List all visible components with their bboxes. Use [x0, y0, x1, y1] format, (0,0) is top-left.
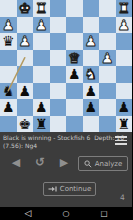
continue-button[interactable]: Continue	[43, 182, 96, 196]
square-a6[interactable]	[116, 83, 133, 100]
black-rook: ♜	[35, 117, 48, 131]
square-d6[interactable]	[66, 83, 83, 100]
nav-home-button[interactable]: ○	[59, 207, 73, 220]
square-e6[interactable]	[50, 83, 67, 100]
square-f1[interactable]: ♜	[33, 0, 50, 17]
square-e7[interactable]	[50, 99, 67, 116]
square-e3[interactable]	[50, 33, 67, 50]
square-a4[interactable]	[116, 50, 133, 67]
white-pawn: ♟	[101, 51, 114, 65]
square-g7[interactable]	[17, 99, 34, 116]
square-d4[interactable]: ♛	[66, 50, 83, 67]
white-pawn: ♟	[18, 34, 31, 48]
menu-bar	[115, 143, 127, 145]
engine-eval-text: (7.56): Ng4	[3, 142, 37, 150]
square-e8[interactable]	[50, 116, 67, 133]
menu-bar	[115, 140, 127, 142]
square-d3[interactable]	[66, 33, 83, 50]
chess-board: ♚♜♜♟♟♟♛♟♟♛♟♟♞♞♟♟♟♟♟♟♚♜♜	[0, 0, 132, 132]
square-f3[interactable]	[33, 33, 50, 50]
square-d5[interactable]: ♟	[66, 66, 83, 83]
analyze-button-label: Analyze	[95, 160, 123, 168]
square-h1[interactable]	[0, 0, 17, 17]
engine-status-text: Black is winning - Stockfish 6 Depth: 16	[3, 134, 111, 142]
square-h3[interactable]: ♛	[0, 33, 17, 50]
square-g3[interactable]: ♟	[17, 33, 34, 50]
square-c2[interactable]	[83, 17, 100, 34]
square-b4[interactable]: ♟	[99, 50, 116, 67]
square-a3[interactable]	[116, 33, 133, 50]
black-knight: ♞	[2, 84, 15, 98]
square-c6[interactable]: ♟	[83, 83, 100, 100]
square-h6[interactable]: ♞	[0, 83, 17, 100]
menu-bar	[115, 136, 127, 138]
prev-move-button[interactable]: ◀	[9, 156, 23, 170]
square-b7[interactable]	[99, 99, 116, 116]
square-d8[interactable]	[66, 116, 83, 133]
white-queen: ♛	[68, 51, 81, 65]
square-g8[interactable]: ♚	[17, 116, 34, 133]
search-icon	[84, 160, 92, 168]
square-d1[interactable]	[66, 0, 83, 17]
square-c7[interactable]: ♟	[83, 99, 100, 116]
square-b8[interactable]	[99, 116, 116, 133]
rotate-restart-button[interactable]: ↺	[33, 156, 47, 169]
white-pawn: ♟	[35, 18, 48, 32]
square-b2[interactable]	[99, 17, 116, 34]
square-g2[interactable]	[17, 17, 34, 34]
skip-forward-icon	[48, 185, 57, 193]
square-h4[interactable]	[0, 50, 17, 67]
square-d2[interactable]	[66, 17, 83, 34]
square-h8[interactable]	[0, 116, 17, 133]
white-king: ♚	[18, 1, 31, 15]
square-e1[interactable]	[50, 0, 67, 17]
black-pawn: ♟	[18, 84, 31, 98]
analyze-button[interactable]: Analyze	[78, 156, 128, 171]
square-b3[interactable]	[99, 33, 116, 50]
square-c4[interactable]	[83, 50, 100, 67]
engine-panel: Black is winning - Stockfish 6 Depth: 16…	[0, 132, 132, 207]
white-rook: ♜	[117, 1, 130, 15]
square-h5[interactable]	[0, 66, 17, 83]
square-c1[interactable]	[83, 0, 100, 17]
square-g1[interactable]: ♚	[17, 0, 34, 17]
nav-recents-button[interactable]: □	[97, 207, 111, 220]
square-a5[interactable]	[116, 66, 133, 83]
white-knight: ♞	[84, 67, 97, 81]
square-a2[interactable]: ♟	[116, 17, 133, 34]
black-rook: ♜	[117, 117, 130, 131]
white-pawn: ♟	[84, 34, 97, 48]
square-h7[interactable]: ♟	[0, 99, 17, 116]
black-pawn: ♟	[84, 84, 97, 98]
square-a1[interactable]: ♜	[116, 0, 133, 17]
square-d7[interactable]	[66, 99, 83, 116]
black-king: ♚	[18, 117, 31, 131]
square-e4[interactable]	[50, 50, 67, 67]
white-pawn: ♟	[2, 18, 15, 32]
square-f4[interactable]	[33, 50, 50, 67]
square-h2[interactable]: ♟	[0, 17, 17, 34]
square-b5[interactable]	[99, 66, 116, 83]
square-f7[interactable]: ♟	[33, 99, 50, 116]
corner-counter: 4	[120, 193, 125, 202]
menu-icon[interactable]	[115, 136, 127, 147]
square-f8[interactable]: ♜	[33, 116, 50, 133]
square-f5[interactable]	[33, 66, 50, 83]
square-g6[interactable]: ♟	[17, 83, 34, 100]
black-pawn: ♟	[68, 67, 81, 81]
black-queen: ♛	[2, 34, 15, 48]
square-b1[interactable]	[99, 0, 116, 17]
square-e5[interactable]	[50, 66, 67, 83]
black-pawn: ♟	[117, 100, 130, 114]
square-c5[interactable]: ♞	[83, 66, 100, 83]
square-f2[interactable]: ♟	[33, 17, 50, 34]
app-screen: ♚♜♜♟♟♟♛♟♟♛♟♟♞♞♟♟♟♟♟♟♚♜♜ Black is winning…	[0, 0, 132, 220]
square-g5[interactable]	[17, 66, 34, 83]
next-move-button[interactable]: ▶	[57, 156, 71, 170]
square-e2[interactable]	[50, 17, 67, 34]
square-b6[interactable]	[99, 83, 116, 100]
black-pawn: ♟	[84, 100, 97, 114]
white-pawn: ♟	[117, 18, 130, 32]
black-pawn: ♟	[2, 100, 15, 114]
white-rook: ♜	[35, 1, 48, 15]
continue-button-label: Continue	[60, 185, 91, 193]
square-c3[interactable]: ♟	[83, 33, 100, 50]
nav-back-button[interactable]: ◁	[21, 207, 35, 220]
square-g4[interactable]	[17, 50, 34, 67]
square-f6[interactable]	[33, 83, 50, 100]
black-pawn: ♟	[35, 100, 48, 114]
square-a7[interactable]: ♟	[116, 99, 133, 116]
android-navbar: ◁ ○ □	[0, 207, 132, 220]
square-a8[interactable]: ♜	[116, 116, 133, 133]
square-c8[interactable]	[83, 116, 100, 133]
